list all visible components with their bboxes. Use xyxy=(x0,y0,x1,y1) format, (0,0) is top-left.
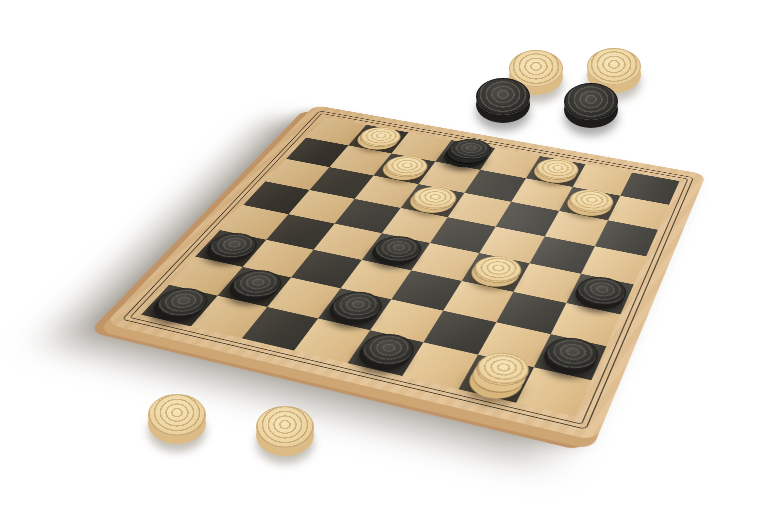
checker-cream[interactable] xyxy=(531,156,583,183)
checker-black-offboard[interactable] xyxy=(476,78,530,115)
checker-cream-offboard[interactable] xyxy=(587,48,641,85)
scene xyxy=(0,0,767,511)
board-field xyxy=(141,117,679,416)
checkers-board xyxy=(105,105,706,441)
checker-cream-offboard[interactable] xyxy=(256,406,314,448)
checker-black-offboard[interactable] xyxy=(564,83,618,120)
checker-cream-offboard[interactable] xyxy=(148,394,206,436)
